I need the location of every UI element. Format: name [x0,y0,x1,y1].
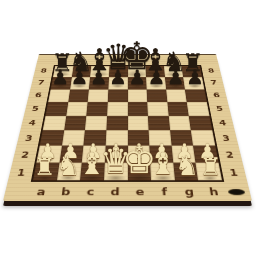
piece-black-pawn-b7[interactable]: ♟ [70,67,88,87]
piece-white-bishop-f1[interactable]: ♝ [150,149,177,179]
piece-black-pawn-d7[interactable]: ♟ [109,67,127,87]
piece-black-pawn-a7[interactable]: ♟ [51,67,69,87]
piece-black-pawn-e7[interactable]: ♟ [128,67,146,87]
piece-black-pawn-c7[interactable]: ♟ [90,67,108,87]
piece-white-rook-a1[interactable]: ♜ [34,155,56,179]
piece-white-knight-b1[interactable]: ♞ [56,152,80,179]
piece-black-pawn-h7[interactable]: ♟ [186,67,204,87]
chess-set-photo: abcdefgh abcdefgh 87654321 87654321 ♜♞♝♛… [0,0,256,256]
piece-white-rook-h1[interactable]: ♜ [200,155,222,179]
piece-white-knight-g1[interactable]: ♞ [175,152,199,179]
pieces-layer: ♜♞♝♛♚♝♞♜♟♟♟♟♟♟♟♟♟♟♟♟♟♟♟♟♜♞♝♛♚♝♞♜ [0,0,256,256]
piece-black-pawn-g7[interactable]: ♟ [167,67,185,87]
piece-black-pawn-f7[interactable]: ♟ [147,67,165,87]
